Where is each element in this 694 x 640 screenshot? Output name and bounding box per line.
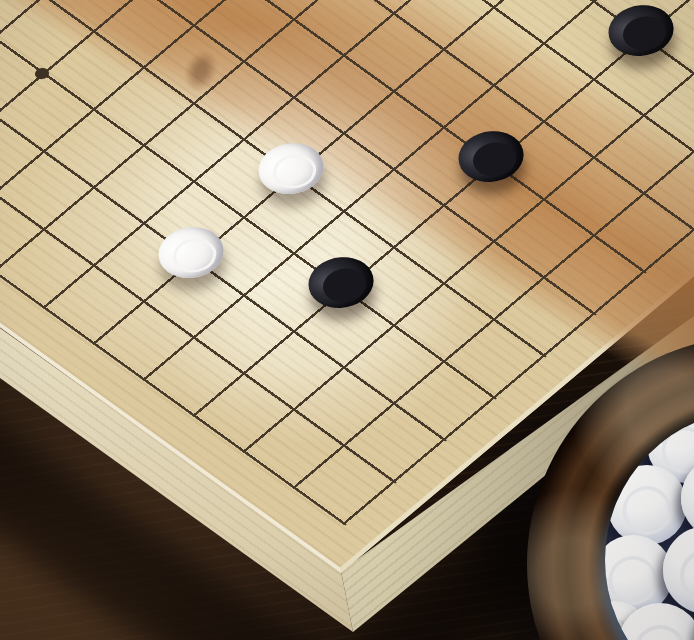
white-stone[interactable]: ○: [145, 217, 237, 289]
black-stone[interactable]: ●: [295, 247, 387, 319]
white-stone[interactable]: ○: [245, 133, 337, 205]
star-point: [32, 66, 52, 82]
black-stone[interactable]: ●: [595, 0, 687, 67]
black-stone[interactable]: ●: [445, 121, 537, 193]
photo-stage: ●●●○○ ○○○○○○○○○○○○○○: [0, 0, 694, 640]
